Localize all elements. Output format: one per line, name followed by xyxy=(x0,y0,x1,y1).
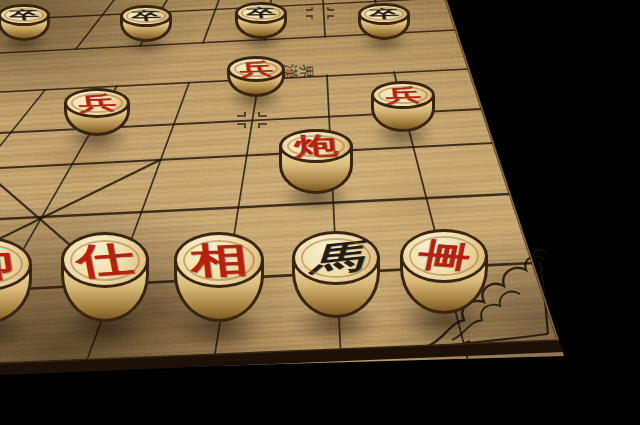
piece-top: 卒 xyxy=(0,4,50,26)
piece-character: 卒 xyxy=(245,7,277,19)
piece-character: 帥 xyxy=(0,245,16,283)
piece-top: 馬 xyxy=(292,231,380,285)
piece-character: 兵 xyxy=(384,85,422,104)
piece-character: 仕 xyxy=(73,240,138,280)
piece-top: 炮 xyxy=(279,129,353,163)
piece-top: 車 xyxy=(400,229,488,283)
point-marker-far xyxy=(306,7,334,19)
piece-character: 卒 xyxy=(8,9,40,21)
piece-top: 卒 xyxy=(120,5,172,27)
piece-top: 兵 xyxy=(227,56,285,82)
piece-top: 卒 xyxy=(235,2,287,24)
piece-top: 兵 xyxy=(64,88,130,118)
rank-line-8 xyxy=(0,194,510,219)
piece-character: 兵 xyxy=(238,60,274,78)
xiangqi-scene: 漢 界 卒 卒 卒 xyxy=(0,0,640,425)
piece-character: 相 xyxy=(188,241,250,279)
piece-character: 兵 xyxy=(77,93,118,113)
piece-top: 兵 xyxy=(371,81,435,109)
river-text-jie: 界 xyxy=(297,64,316,80)
piece-top: 卒 xyxy=(358,3,410,25)
piece-character: 馬 xyxy=(308,239,363,277)
piece-character: 卒 xyxy=(130,10,162,22)
piece-top: 仕 xyxy=(61,232,149,288)
piece-character: 卒 xyxy=(368,8,400,20)
piece-character: 炮 xyxy=(293,133,339,158)
piece-character: 車 xyxy=(415,238,473,274)
piece-top: 相 xyxy=(174,232,264,288)
